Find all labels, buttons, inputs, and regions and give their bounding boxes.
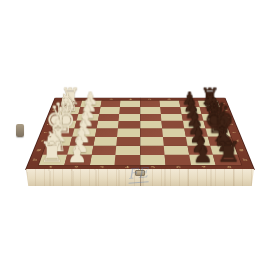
square-e6[interactable] <box>162 129 185 137</box>
square-g3[interactable] <box>91 146 116 155</box>
black-rook[interactable]: ♜ <box>216 139 242 165</box>
square-f4[interactable] <box>117 137 140 146</box>
watermark: FE <box>127 164 148 183</box>
white-pawn[interactable]: ♟ <box>67 144 87 165</box>
square-f6[interactable] <box>163 137 187 146</box>
rank-label-3: 3 <box>101 98 120 100</box>
square-h5[interactable] <box>140 155 165 165</box>
square-c5[interactable] <box>140 114 161 121</box>
square-h3[interactable] <box>89 155 115 165</box>
square-h4[interactable] <box>115 155 140 165</box>
rank-label-2: 2 <box>63 166 89 169</box>
rank-label-5: 5 <box>140 98 159 100</box>
square-e3[interactable] <box>95 129 118 137</box>
rank-label-1: 1 <box>37 166 63 169</box>
rank-label-7: 7 <box>191 166 217 169</box>
rank-label-8: 8 <box>216 166 242 169</box>
rank-label-6: 6 <box>159 98 178 100</box>
square-b4[interactable] <box>119 107 140 114</box>
square-h6[interactable] <box>164 155 190 165</box>
square-f3[interactable] <box>93 137 117 146</box>
chess-board: ♜♟♟♜♞♟♟♞♝♟♟♝♛♟♟♛♚♟♟♚♝♟♟♝♞♟♟♞♜♟♟♜ 1234567… <box>25 98 255 170</box>
square-f5[interactable] <box>140 137 163 146</box>
square-h2[interactable]: ♟ <box>64 155 91 165</box>
square-c4[interactable] <box>119 114 140 121</box>
board-scene: ♜♟♟♜♞♟♟♞♝♟♟♝♛♟♟♛♚♟♟♚♝♟♟♝♞♟♟♞♜♟♟♜ 1234567… <box>0 0 280 280</box>
rank-label-6: 6 <box>165 166 191 169</box>
square-e5[interactable] <box>140 129 163 137</box>
square-h7[interactable]: ♟ <box>189 155 216 165</box>
black-pawn[interactable]: ♟ <box>193 144 213 165</box>
rank-label-3: 3 <box>89 166 115 169</box>
square-c3[interactable] <box>98 114 120 121</box>
square-h1[interactable]: ♜ <box>39 155 67 165</box>
square-e4[interactable] <box>117 129 140 137</box>
square-g6[interactable] <box>163 146 188 155</box>
square-d6[interactable] <box>161 121 184 129</box>
square-g5[interactable] <box>140 146 164 155</box>
square-b6[interactable] <box>160 107 181 114</box>
square-h8[interactable]: ♜ <box>213 155 241 165</box>
square-b3[interactable] <box>99 107 120 114</box>
rank-label-4: 4 <box>121 98 140 100</box>
white-rook[interactable]: ♜ <box>39 139 65 165</box>
square-d5[interactable] <box>140 121 162 129</box>
square-d4[interactable] <box>118 121 140 129</box>
square-b5[interactable] <box>140 107 161 114</box>
side-latch <box>16 124 24 137</box>
square-c6[interactable] <box>161 114 183 121</box>
square-g4[interactable] <box>116 146 140 155</box>
square-d3[interactable] <box>96 121 119 129</box>
photo-canvas: ♜♟♟♜♞♟♟♞♝♟♟♝♛♟♟♛♚♟♟♚♝♟♟♝♞♟♟♞♜♟♟♜ 1234567… <box>0 0 280 280</box>
